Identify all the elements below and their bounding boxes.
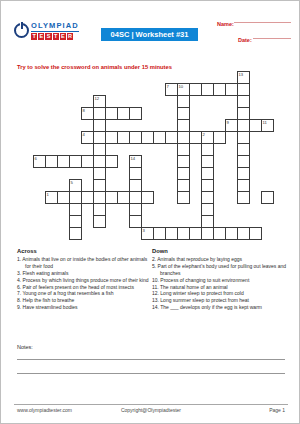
cell-number-6: 6 bbox=[35, 156, 37, 161]
cell-number-4: 4 bbox=[83, 132, 85, 137]
clue-item: 14. The ___ develops only if the egg is … bbox=[152, 304, 288, 310]
down-clues: Down 2. Animals that reproduce by laying… bbox=[152, 248, 288, 311]
date-blank-line bbox=[253, 38, 291, 39]
crossword-cell-r4c19[interactable]: 11 bbox=[261, 119, 274, 132]
clue-item: 1. Animals that live on or inside the bo… bbox=[17, 256, 149, 269]
clue-item: 7. Young one of a frog that resembles a … bbox=[17, 290, 149, 296]
clue-item: 2. Animals that reproduce by laying eggs bbox=[152, 256, 288, 262]
clue-item: 9. Have streamlined bodies bbox=[17, 304, 149, 310]
name-blank-line bbox=[234, 22, 291, 23]
clue-item: 10. Process of changing to suit environm… bbox=[152, 277, 288, 283]
cell-number-3: 3 bbox=[143, 228, 145, 233]
cell-number-12: 12 bbox=[95, 96, 100, 101]
clue-item: 8. Help the fish to breathe bbox=[17, 297, 149, 303]
olympiad-tester-logo: OLYMPIAD TESTER bbox=[14, 21, 79, 40]
crossword-cell-r10c19[interactable] bbox=[261, 191, 274, 204]
crossword-cell-r10c17[interactable] bbox=[237, 191, 250, 204]
clue-item: 5. Part of the elephant's body used for … bbox=[152, 263, 288, 276]
cell-number-8: 8 bbox=[83, 108, 85, 113]
clue-item: 3. Flesh eating animals bbox=[17, 270, 149, 276]
cell-number-9: 9 bbox=[227, 120, 229, 125]
down-heading: Down bbox=[152, 248, 288, 254]
notes-label: Notes: bbox=[17, 344, 33, 350]
logo-letter-tile: T bbox=[31, 33, 37, 40]
crossword-cell-r5c15[interactable] bbox=[213, 131, 226, 144]
date-label: Date: bbox=[238, 37, 252, 43]
cell-number-14: 14 bbox=[131, 156, 136, 161]
logo-text-olympiad: OLYMPIAD bbox=[31, 21, 79, 32]
crossword-cell-r13c3[interactable] bbox=[69, 227, 82, 240]
crossword-cell-r10c12[interactable] bbox=[177, 191, 190, 204]
cell-number-13: 13 bbox=[239, 72, 244, 77]
cell-number-10: 10 bbox=[179, 84, 184, 89]
cell-number-11: 11 bbox=[263, 120, 267, 125]
crossword-cell-r7c6[interactable] bbox=[105, 155, 118, 168]
footer-divider bbox=[14, 404, 288, 405]
power-icon bbox=[14, 23, 29, 38]
crossword-cell-r10c9[interactable] bbox=[141, 191, 154, 204]
instruction-text: Try to solve the crossword on animals un… bbox=[17, 64, 172, 70]
crossword-grid: 1371012891142614513 bbox=[33, 71, 274, 240]
worksheet-page: OLYMPIAD TESTER 04SC | Worksheet #31 Nam… bbox=[0, 0, 300, 424]
crossword-cell-r13c18[interactable] bbox=[249, 227, 262, 240]
across-heading: Across bbox=[17, 248, 149, 254]
name-label: Name: bbox=[217, 21, 234, 27]
cell-number-2: 2 bbox=[203, 132, 205, 137]
logo-letter-tile: E bbox=[38, 33, 44, 40]
footer-page-number: Page 1 bbox=[269, 407, 285, 413]
logo-letter-tile: T bbox=[53, 33, 59, 40]
cell-number-5: 5 bbox=[71, 180, 73, 185]
cell-number-7: 7 bbox=[167, 84, 169, 89]
clue-item: 11. The natural home of an animal bbox=[152, 284, 288, 290]
footer-copyright: Copyright@Olympiadtester bbox=[1, 407, 300, 413]
across-clues: Across 1. Animals that live on or inside… bbox=[17, 248, 149, 311]
clue-item: 6. Pair of feelers present on the head o… bbox=[17, 284, 149, 290]
notes-line bbox=[17, 373, 285, 374]
clue-item: 4. Process by which living things produc… bbox=[17, 277, 149, 283]
worksheet-title: 04SC | Worksheet #31 bbox=[101, 28, 198, 41]
cell-number-1: 1 bbox=[47, 192, 49, 197]
clue-item: 13. Long summer sleep to protect from he… bbox=[152, 297, 288, 303]
logo-letter-tile: R bbox=[67, 33, 73, 40]
clue-item: 12. Long winter sleep to protect from co… bbox=[152, 290, 288, 296]
crossword-cell-r12c5[interactable] bbox=[93, 215, 106, 228]
notes-line bbox=[17, 359, 285, 360]
logo-letter-tile: S bbox=[45, 33, 51, 40]
logo-letter-tile: E bbox=[60, 33, 66, 40]
logo-text-tester: TESTER bbox=[31, 33, 79, 40]
crossword-cell-r3c8[interactable] bbox=[129, 107, 142, 120]
